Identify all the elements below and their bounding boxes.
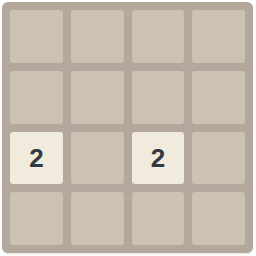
cell-r1c3 <box>192 71 245 124</box>
2048-board[interactable]: 2 2 <box>2 2 253 253</box>
cell-r1c0 <box>10 71 63 124</box>
cell-r3c3 <box>192 192 245 245</box>
cell-r2c0: 2 <box>10 132 63 185</box>
cell-r1c2 <box>132 71 185 124</box>
cell-r3c0 <box>10 192 63 245</box>
cell-r0c2 <box>132 10 185 63</box>
cell-r0c0 <box>10 10 63 63</box>
cell-r3c2 <box>132 192 185 245</box>
cell-r2c1 <box>71 132 124 185</box>
cell-r3c1 <box>71 192 124 245</box>
page: 2 2 <box>0 0 256 256</box>
cell-r1c1 <box>71 71 124 124</box>
cell-r2c2: 2 <box>132 132 185 185</box>
cell-r0c3 <box>192 10 245 63</box>
cell-r0c1 <box>71 10 124 63</box>
cell-r2c3 <box>192 132 245 185</box>
